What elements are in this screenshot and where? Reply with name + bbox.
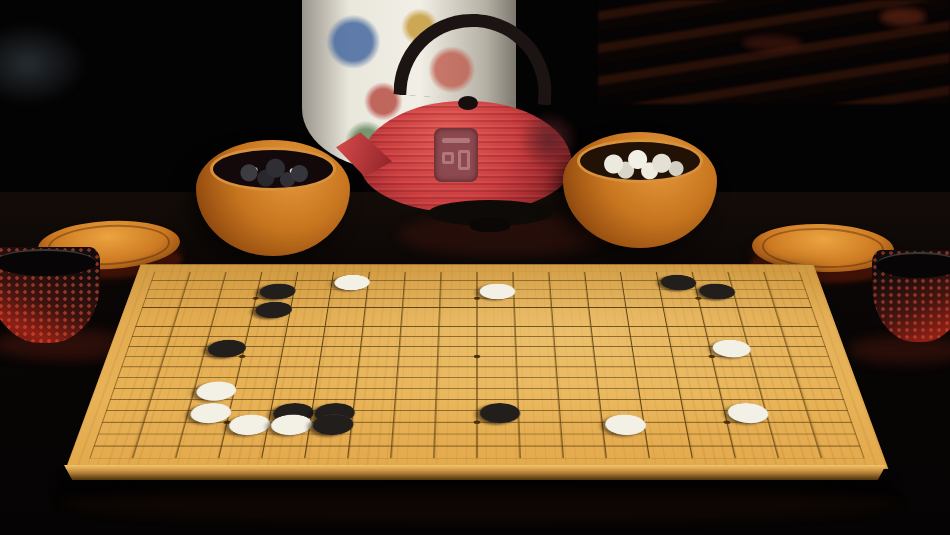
teapot-stand-leg xyxy=(470,218,510,232)
go-board[interactable]: ●●●●●●●●●●●●●●●●●● xyxy=(66,264,889,469)
board-front-edge xyxy=(64,465,886,480)
red-glint xyxy=(742,36,802,50)
board-shadow xyxy=(58,479,892,505)
red-glint xyxy=(880,8,926,26)
background-highlight xyxy=(0,22,88,106)
photo-scene: ●●●●●●●●●●●●●●●●●● xyxy=(0,0,950,535)
fu-character-emblem xyxy=(434,128,478,182)
teapot-lid-knob xyxy=(458,96,478,110)
board-stones: ●●●●●●●●●●●●●●●●●● xyxy=(89,272,864,459)
white-stones-in-bowl xyxy=(577,139,703,183)
black-stones-in-bowl xyxy=(210,147,336,191)
